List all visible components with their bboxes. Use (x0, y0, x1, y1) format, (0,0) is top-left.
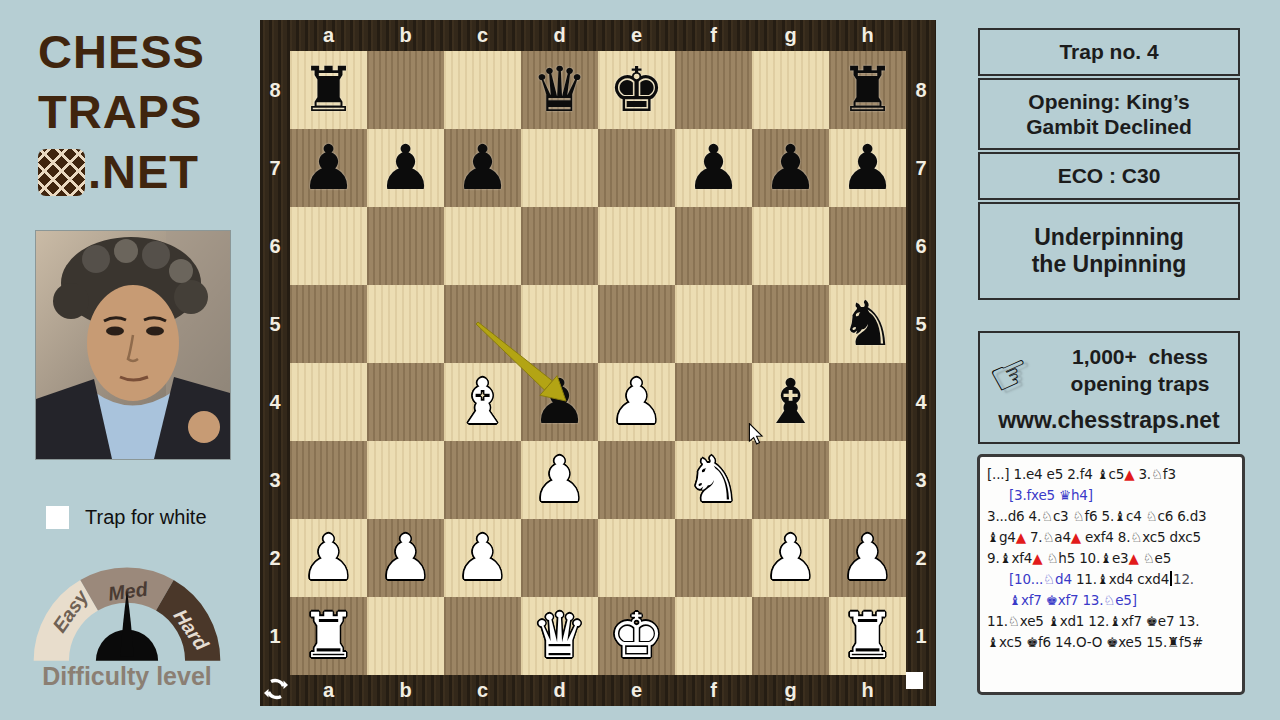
move-segment: ♝xf7 ♚xf7 13.♘e5] (1009, 592, 1137, 608)
hand-pointer-icon: ☞ (981, 341, 1041, 407)
square-d7[interactable] (521, 129, 598, 207)
piece-white-pawn[interactable]: ♟ (532, 449, 588, 511)
chess-board-frame: abcdefgh abcdefgh 87654321 87654321 ♜♛♚♜… (260, 20, 936, 706)
square-h5[interactable]: ♞ (829, 285, 906, 363)
square-g2[interactable]: ♟ (752, 519, 829, 597)
square-g1[interactable] (752, 597, 829, 675)
info-box-trap-no: Trap no. 4 (978, 28, 1240, 76)
square-c3[interactable] (444, 441, 521, 519)
file-label-e: e (598, 675, 675, 706)
square-e8[interactable]: ♚ (598, 51, 675, 129)
logo-line-2: TRAPS (38, 82, 205, 142)
square-b5[interactable] (367, 285, 444, 363)
trap-no-text: Trap no. 4 (980, 40, 1238, 64)
move-segment: [3.fxe5 ♛h4] (1009, 487, 1093, 503)
square-b2[interactable]: ♟ (367, 519, 444, 597)
site-logo: CHESS TRAPS .NET (38, 22, 205, 202)
piece-white-pawn[interactable]: ♟ (301, 527, 357, 589)
rank-label-7: 7 (260, 129, 290, 207)
move-segment: ▲ (1128, 550, 1138, 566)
file-label-a: a (290, 675, 367, 706)
move-segment: 12. (1173, 571, 1194, 587)
file-label-a: a (290, 20, 367, 51)
move-segment: [...] 1.e4 e5 2.f4 ♝c5 (987, 466, 1124, 482)
piece-white-pawn[interactable]: ♟ (840, 527, 896, 589)
move-line-1[interactable]: [...] 1.e4 e5 2.f4 ♝c5▲ 3.♘f3 (987, 464, 1235, 485)
rank-label-8: 8 (906, 51, 936, 129)
move-segment: 7.♘a4 (1026, 529, 1071, 545)
square-e3[interactable] (598, 441, 675, 519)
promo-line-1: 1,000+ chess (1072, 345, 1208, 368)
square-c1[interactable] (444, 597, 521, 675)
rank-label-8: 8 (260, 51, 290, 129)
rank-labels-right: 87654321 (906, 51, 936, 675)
square-b4[interactable] (367, 363, 444, 441)
piece-black-king[interactable]: ♚ (609, 59, 665, 121)
promo-box[interactable]: ☞ 1,000+ chess opening traps www.chesstr… (978, 331, 1240, 444)
square-f2[interactable] (675, 519, 752, 597)
piece-white-pawn[interactable]: ♟ (378, 527, 434, 589)
piece-black-pawn[interactable]: ♟ (763, 137, 819, 199)
piece-black-queen[interactable]: ♛ (532, 59, 588, 121)
promo-url[interactable]: www.chesstraps.net (980, 407, 1238, 434)
move-segment: ▲ (1124, 466, 1134, 482)
move-line-4[interactable]: ♝g4▲ 7.♘a4▲ exf4 8.♘xc5 dxc5 (987, 527, 1235, 548)
rank-label-6: 6 (906, 207, 936, 285)
piece-black-pawn[interactable]: ♟ (301, 137, 357, 199)
square-a5[interactable] (290, 285, 367, 363)
piece-white-rook[interactable]: ♜ (840, 605, 896, 667)
file-label-g: g (752, 675, 829, 706)
move-segment: ♘e5 (1139, 550, 1172, 566)
square-a2[interactable]: ♟ (290, 519, 367, 597)
square-g6[interactable] (752, 207, 829, 285)
square-g7[interactable]: ♟ (752, 129, 829, 207)
square-d3[interactable]: ♟ (521, 441, 598, 519)
piece-black-pawn[interactable]: ♟ (378, 137, 434, 199)
piece-black-pawn[interactable]: ♟ (840, 137, 896, 199)
rank-label-3: 3 (260, 441, 290, 519)
file-label-d: d (521, 675, 598, 706)
move-line-8[interactable]: 11.♘xe5 ♝xd1 12.♝xf7 ♚e7 13. (987, 611, 1235, 632)
info-box-trap-title: Underpinning the Unpinning (978, 202, 1240, 300)
piece-black-pawn[interactable]: ♟ (455, 137, 511, 199)
logo-net-text: .NET (88, 142, 199, 202)
file-label-e: e (598, 20, 675, 51)
square-d2[interactable] (521, 519, 598, 597)
square-f1[interactable] (675, 597, 752, 675)
square-e5[interactable] (598, 285, 675, 363)
square-c6[interactable] (444, 207, 521, 285)
rank-label-4: 4 (906, 363, 936, 441)
square-a4[interactable] (290, 363, 367, 441)
move-segment: ▲ (1032, 550, 1042, 566)
square-a7[interactable]: ♟ (290, 129, 367, 207)
logo-line-3: .NET (38, 142, 205, 202)
file-label-b: b (367, 675, 444, 706)
square-h6[interactable] (829, 207, 906, 285)
opening-line-2: Gambit Declined (980, 114, 1238, 139)
square-a1[interactable]: ♜ (290, 597, 367, 675)
move-segment: ♘h5 10.♝e3 (1042, 550, 1128, 566)
square-e6[interactable] (598, 207, 675, 285)
trap-for-white-checkbox[interactable] (46, 506, 69, 529)
square-e7[interactable] (598, 129, 675, 207)
file-label-c: c (444, 675, 521, 706)
trap-title-line-1: Underpinning (980, 224, 1238, 251)
mouse-cursor-icon (748, 423, 764, 445)
square-b1[interactable] (367, 597, 444, 675)
info-panel: Trap no. 4 Opening: King’s Gambit Declin… (978, 28, 1240, 302)
rank-label-5: 5 (906, 285, 936, 363)
move-line-2[interactable]: [3.fxe5 ♛h4] (987, 485, 1235, 506)
file-label-h: h (829, 675, 906, 706)
piece-white-pawn[interactable]: ♟ (763, 527, 819, 589)
piece-black-bishop[interactable]: ♝ (763, 371, 819, 433)
move-segment: 11.♘xe5 ♝xd1 12.♝xf7 ♚e7 13. (987, 613, 1199, 629)
move-list[interactable]: [...] 1.e4 e5 2.f4 ♝c5▲ 3.♘f3[3.fxe5 ♛h4… (977, 454, 1245, 695)
move-segment: ♝g4 (987, 529, 1016, 545)
chess-board[interactable]: ♜♛♚♜♟♟♟♟♟♟♞♝♟♟♝♟♞♟♟♟♟♟♜♛♚♜ (290, 51, 906, 675)
file-label-c: c (444, 20, 521, 51)
move-line-6[interactable]: [10...♘d4 11.♝xd4 cxd412. (987, 569, 1235, 590)
move-segment: exf4 8.♘xc5 dxc5 (1081, 529, 1201, 545)
file-label-f: f (675, 20, 752, 51)
difficulty-label: Difficulty level (8, 662, 246, 691)
file-label-g: g (752, 20, 829, 51)
lattice-square-icon (38, 149, 85, 196)
page: CHESS TRAPS .NET (0, 0, 1280, 720)
move-segment: ▲ (1071, 529, 1081, 545)
text-caret (1170, 571, 1172, 586)
square-e2[interactable] (598, 519, 675, 597)
trap-for-white-row: Trap for white (46, 506, 207, 529)
rank-label-1: 1 (260, 597, 290, 675)
file-labels-top: abcdefgh (290, 20, 906, 51)
rank-label-7: 7 (906, 129, 936, 207)
square-b8[interactable] (367, 51, 444, 129)
square-f8[interactable] (675, 51, 752, 129)
move-segment: ♝xc5 ♚f6 14.O-O ♚xe5 15.♜f5# (987, 634, 1203, 650)
move-line-9[interactable]: ♝xc5 ♚f6 14.O-O ♚xe5 15.♜f5# (987, 632, 1235, 653)
square-c4[interactable]: ♝ (444, 363, 521, 441)
square-h2[interactable]: ♟ (829, 519, 906, 597)
difficulty-gauge: Easy Med Hard (22, 553, 232, 665)
file-labels-bottom: abcdefgh (290, 675, 906, 706)
info-box-eco: ECO : C30 (978, 152, 1240, 200)
presenter-photo-art (36, 231, 230, 459)
file-label-b: b (367, 20, 444, 51)
piece-white-king[interactable]: ♚ (609, 605, 665, 667)
move-segment: 3...d6 4.♘c3 ♘f6 5.♝c4 ♘c6 6.d3 (987, 508, 1206, 524)
move-segment: [10...♘d4 (1009, 571, 1076, 587)
piece-white-rook[interactable]: ♜ (301, 605, 357, 667)
square-c5[interactable] (444, 285, 521, 363)
square-a6[interactable] (290, 207, 367, 285)
square-d4[interactable]: ♟ (521, 363, 598, 441)
square-h3[interactable] (829, 441, 906, 519)
presenter-photo (36, 231, 230, 459)
move-line-5[interactable]: 9.♝xf4▲ ♘h5 10.♝e3▲ ♘e5 (987, 548, 1235, 569)
opening-line-1: Opening: King’s (980, 89, 1238, 114)
file-label-h: h (829, 20, 906, 51)
rotate-board-icon[interactable] (264, 677, 288, 701)
square-g8[interactable] (752, 51, 829, 129)
square-h7[interactable]: ♟ (829, 129, 906, 207)
square-g5[interactable] (752, 285, 829, 363)
square-h8[interactable]: ♜ (829, 51, 906, 129)
square-f4[interactable] (675, 363, 752, 441)
piece-white-knight[interactable]: ♞ (686, 449, 742, 511)
rank-label-6: 6 (260, 207, 290, 285)
rank-label-2: 2 (260, 519, 290, 597)
file-label-d: d (521, 20, 598, 51)
piece-black-rook[interactable]: ♜ (840, 59, 896, 121)
square-d6[interactable] (521, 207, 598, 285)
square-f6[interactable] (675, 207, 752, 285)
square-b3[interactable] (367, 441, 444, 519)
square-d8[interactable]: ♛ (521, 51, 598, 129)
square-h4[interactable] (829, 363, 906, 441)
piece-black-rook[interactable]: ♜ (301, 59, 357, 121)
promo-text: 1,000+ chess opening traps (1046, 343, 1234, 397)
square-b7[interactable]: ♟ (367, 129, 444, 207)
square-g3[interactable] (752, 441, 829, 519)
rank-label-4: 4 (260, 363, 290, 441)
square-f7[interactable]: ♟ (675, 129, 752, 207)
promo-line-2: opening traps (1071, 372, 1210, 395)
rank-label-2: 2 (906, 519, 936, 597)
rank-label-1: 1 (906, 597, 936, 675)
square-f5[interactable] (675, 285, 752, 363)
square-b6[interactable] (367, 207, 444, 285)
square-a3[interactable] (290, 441, 367, 519)
square-f3[interactable]: ♞ (675, 441, 752, 519)
logo-line-1: CHESS (38, 22, 205, 82)
piece-white-queen[interactable]: ♛ (532, 605, 588, 667)
move-line-7[interactable]: ♝xf7 ♚xf7 13.♘e5] (987, 590, 1235, 611)
move-segment: 3.♘f3 (1134, 466, 1175, 482)
rank-label-5: 5 (260, 285, 290, 363)
square-c2[interactable]: ♟ (444, 519, 521, 597)
file-label-f: f (675, 675, 752, 706)
rank-label-3: 3 (906, 441, 936, 519)
piece-white-bishop[interactable]: ♝ (455, 371, 511, 433)
eco-text: ECO : C30 (980, 164, 1238, 188)
square-c7[interactable]: ♟ (444, 129, 521, 207)
move-segment: ▲ (1016, 529, 1026, 545)
piece-white-pawn[interactable]: ♟ (455, 527, 511, 589)
square-d1[interactable]: ♛ (521, 597, 598, 675)
piece-black-knight[interactable]: ♞ (840, 293, 896, 355)
square-d5[interactable] (521, 285, 598, 363)
piece-white-pawn[interactable]: ♟ (609, 371, 665, 433)
square-c8[interactable] (444, 51, 521, 129)
piece-black-pawn[interactable]: ♟ (532, 371, 588, 433)
square-h1[interactable]: ♜ (829, 597, 906, 675)
square-e4[interactable]: ♟ (598, 363, 675, 441)
trap-title-line-2: the Unpinning (980, 251, 1238, 278)
difficulty-gauge-art: Easy Med Hard (22, 553, 232, 665)
square-a8[interactable]: ♜ (290, 51, 367, 129)
stop-icon[interactable] (906, 672, 923, 689)
info-box-opening: Opening: King’s Gambit Declined (978, 78, 1240, 150)
move-segment: 9.♝xf4 (987, 550, 1032, 566)
piece-black-pawn[interactable]: ♟ (686, 137, 742, 199)
move-segment: 11.♝xd4 cxd4 (1076, 571, 1169, 587)
rank-labels-left: 87654321 (260, 51, 290, 675)
move-line-3[interactable]: 3...d6 4.♘c3 ♘f6 5.♝c4 ♘c6 6.d3 (987, 506, 1235, 527)
square-e1[interactable]: ♚ (598, 597, 675, 675)
trap-for-white-label: Trap for white (85, 506, 207, 529)
